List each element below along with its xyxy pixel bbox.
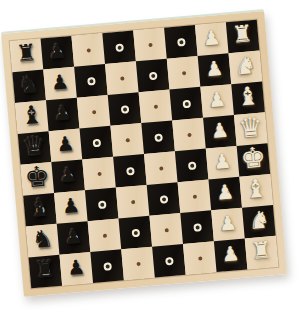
piece-white-pawn[interactable]: ♟ (213, 150, 233, 171)
square-a2[interactable]: ♟ (195, 22, 229, 56)
square-e3[interactable] (175, 149, 209, 183)
piece-black-rook[interactable]: ♜ (34, 257, 57, 282)
piece-white-pawn[interactable]: ♟ (204, 57, 224, 78)
piece-black-pawn[interactable]: ♟ (58, 163, 78, 184)
piece-white-knight[interactable]: ♞ (233, 52, 257, 78)
square-f2[interactable]: ♟ (208, 177, 242, 211)
square-d5[interactable] (110, 123, 144, 157)
square-f1[interactable]: ♝ (239, 174, 273, 208)
piece-white-king[interactable]: ♚ (240, 143, 267, 173)
piece-white-pawn[interactable]: ♟ (218, 212, 238, 233)
square-b4[interactable] (136, 59, 170, 93)
square-c3[interactable] (169, 87, 203, 121)
piece-white-pawn[interactable]: ♟ (215, 181, 235, 202)
piece-black-pawn[interactable]: ♟ (64, 225, 84, 246)
square-h5[interactable] (121, 247, 155, 281)
square-a5[interactable] (102, 30, 136, 64)
piece-black-pawn[interactable]: ♟ (55, 133, 75, 154)
square-f4[interactable] (147, 182, 181, 216)
piece-white-rook[interactable]: ♜ (250, 238, 273, 263)
piece-black-queen[interactable]: ♛ (21, 132, 47, 161)
square-e4[interactable] (144, 151, 178, 185)
piece-black-pawn[interactable]: ♟ (50, 71, 70, 92)
square-f3[interactable] (178, 179, 212, 213)
square-e7[interactable]: ♟ (51, 159, 85, 193)
piece-white-queen[interactable]: ♛ (237, 113, 263, 142)
square-a8[interactable]: ♜ (10, 39, 44, 73)
piece-black-bishop[interactable]: ♝ (19, 102, 44, 129)
square-h7[interactable]: ♟ (59, 252, 93, 286)
square-e1[interactable]: ♚ (237, 143, 271, 177)
square-g5[interactable] (119, 216, 153, 250)
square-h3[interactable] (183, 241, 217, 275)
square-h8[interactable]: ♜ (29, 255, 63, 289)
square-e5[interactable] (113, 154, 147, 188)
board-grid: ♜♟♟♜♞♟♟♞♝♟♟♝♛♟♟♛♚♟♟♚♝♟♟♝♞♟♟♞♜♟♟♜ (10, 20, 279, 289)
piece-black-king[interactable]: ♚ (23, 162, 50, 192)
square-a4[interactable] (133, 28, 167, 62)
square-b1[interactable]: ♞ (229, 51, 263, 85)
piece-white-bishop[interactable]: ♝ (244, 175, 269, 202)
square-d7[interactable]: ♟ (49, 129, 83, 163)
piece-black-bishop[interactable]: ♝ (28, 194, 53, 221)
square-e2[interactable]: ♟ (206, 146, 240, 180)
square-b2[interactable]: ♟ (198, 53, 232, 87)
square-c6[interactable] (77, 95, 111, 129)
square-d4[interactable] (141, 120, 175, 154)
piece-white-bishop[interactable]: ♝ (236, 83, 261, 110)
square-d2[interactable]: ♟ (203, 115, 237, 149)
piece-white-pawn[interactable]: ♟ (202, 26, 222, 47)
square-g4[interactable] (149, 213, 183, 247)
chess-board: ♜♟♟♜♞♟♟♞♝♟♟♝♛♟♟♛♚♟♟♚♝♟♟♝♞♟♟♞♜♟♟♜ (1, 11, 287, 297)
square-g8[interactable]: ♞ (26, 224, 60, 258)
piece-black-pawn[interactable]: ♟ (53, 102, 73, 123)
square-a6[interactable] (71, 33, 105, 67)
square-f6[interactable] (85, 188, 119, 222)
square-a3[interactable] (164, 25, 198, 59)
square-b3[interactable] (167, 56, 201, 90)
square-f5[interactable] (116, 185, 150, 219)
square-g1[interactable]: ♞ (242, 205, 276, 239)
piece-black-knight[interactable]: ♞ (17, 71, 41, 97)
square-b8[interactable]: ♞ (12, 69, 46, 103)
piece-black-pawn[interactable]: ♟ (61, 194, 81, 215)
square-a7[interactable]: ♟ (41, 36, 75, 70)
square-c7[interactable]: ♟ (46, 98, 80, 132)
square-f7[interactable]: ♟ (54, 190, 88, 224)
piece-black-pawn[interactable]: ♟ (66, 256, 86, 277)
square-a1[interactable]: ♜ (226, 20, 260, 54)
square-h6[interactable] (90, 249, 124, 283)
square-d6[interactable] (80, 126, 114, 160)
square-c2[interactable]: ♟ (200, 84, 234, 118)
square-g6[interactable] (88, 218, 122, 252)
square-c5[interactable] (108, 92, 142, 126)
square-f8[interactable]: ♝ (23, 193, 57, 227)
piece-white-pawn[interactable]: ♟ (210, 119, 230, 140)
piece-white-pawn[interactable]: ♟ (221, 243, 241, 264)
piece-black-pawn[interactable]: ♟ (47, 40, 67, 61)
piece-white-knight[interactable]: ♞ (247, 207, 271, 233)
square-e6[interactable] (82, 157, 116, 191)
square-c4[interactable] (139, 90, 173, 124)
photo-background: ♜♟♟♜♞♟♟♞♝♟♟♝♛♟♟♛♚♟♟♚♝♟♟♝♞♟♟♞♜♟♟♜ (0, 0, 300, 313)
piece-white-rook[interactable]: ♜ (231, 22, 254, 47)
piece-white-pawn[interactable]: ♟ (207, 88, 227, 109)
square-d3[interactable] (172, 118, 206, 152)
square-g3[interactable] (180, 210, 214, 244)
square-g2[interactable]: ♟ (211, 208, 245, 242)
square-g7[interactable]: ♟ (57, 221, 91, 255)
square-h4[interactable] (152, 244, 186, 278)
square-h1[interactable]: ♜ (245, 236, 279, 270)
square-b5[interactable] (105, 61, 139, 95)
piece-black-rook[interactable]: ♜ (15, 41, 38, 66)
square-b7[interactable]: ♟ (43, 67, 77, 101)
square-b6[interactable] (74, 64, 108, 98)
piece-black-knight[interactable]: ♞ (31, 226, 55, 252)
square-h2[interactable]: ♟ (214, 239, 248, 273)
square-e8[interactable]: ♚ (20, 162, 54, 196)
